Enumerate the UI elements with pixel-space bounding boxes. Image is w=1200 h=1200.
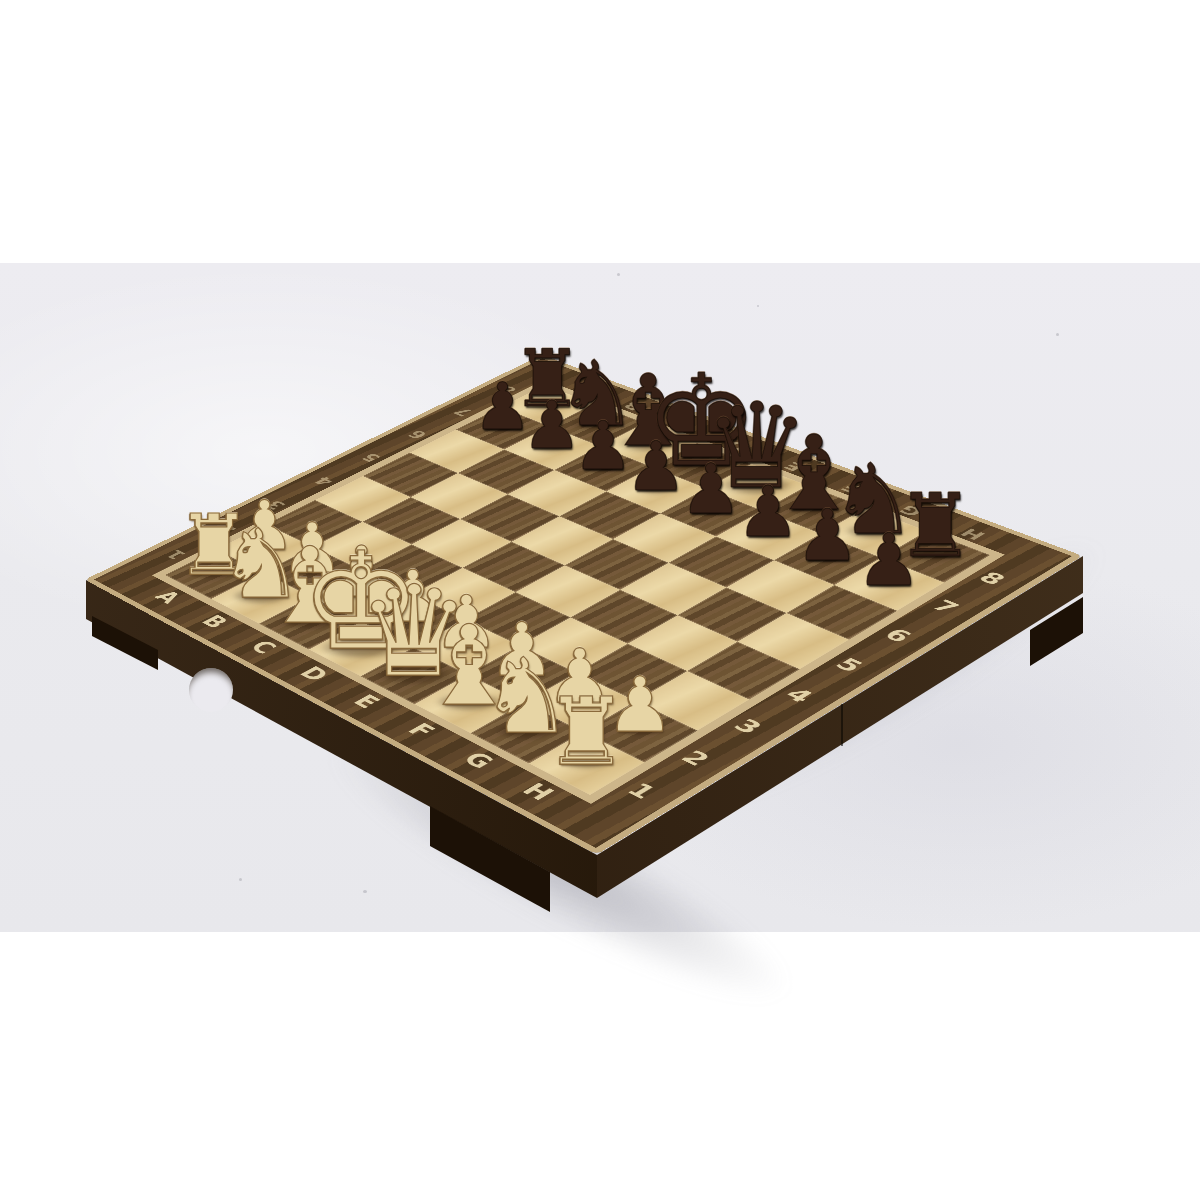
catalog-page: AABBCCDDEEFFGGHH8877665544332211 ♜♞♝♚♛♝♞… bbox=[0, 0, 1200, 1200]
piece-white-rook-h1[interactable]: ♜ bbox=[540, 685, 633, 778]
pieces-layer: ♜♞♝♚♛♝♞♜♟♟♟♟♟♟♟♟♟♟♟♟♟♟♟♟♜♞♝♚♛♝♞♜ bbox=[0, 0, 1200, 1200]
chess-set-scene: AABBCCDDEEFFGGHH8877665544332211 ♜♞♝♚♛♝♞… bbox=[0, 0, 1200, 1200]
piece-black-pawn-h7[interactable]: ♟ bbox=[853, 524, 925, 596]
